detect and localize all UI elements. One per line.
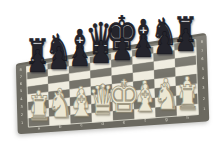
coord-file-c-bottom: c	[80, 122, 83, 127]
coord-rank-3-right: 3	[202, 86, 204, 90]
chess-set-photo: aabbccddeeffgghh8877665544332211 ♜♞♝♛♚♝♞…	[0, 0, 220, 150]
coord-rank-7-right: 7	[201, 49, 203, 53]
coord-rank-1-right: 1	[203, 107, 205, 111]
coord-rank-3-left: 3	[21, 105, 23, 109]
chess-board: aabbccddeeffgghh8877665544332211	[0, 0, 220, 150]
coord-rank-5-right: 5	[202, 67, 204, 71]
coord-rank-2-right: 2	[203, 97, 205, 101]
coord-rank-2-left: 2	[21, 113, 23, 117]
coord-rank-5-left: 5	[20, 89, 22, 93]
coord-rank-1-left: 1	[21, 121, 23, 125]
coord-rank-7-left: 7	[20, 75, 22, 79]
